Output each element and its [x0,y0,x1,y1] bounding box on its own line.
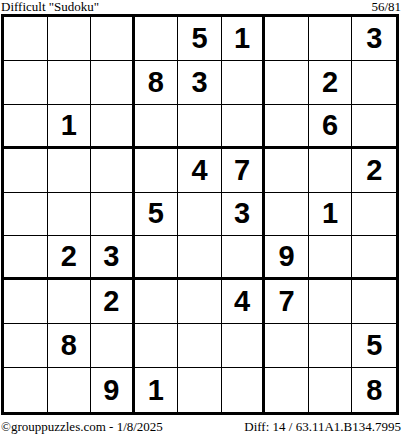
cell-r5c7[interactable] [265,193,309,237]
cell-r5c8: 1 [309,193,353,237]
cell-r7c2[interactable] [48,280,92,324]
cell-r3c1[interactable] [4,105,48,149]
cell-r4c8[interactable] [309,149,353,193]
cell-r9c7[interactable] [265,368,309,412]
cell-r8c2: 8 [48,324,92,368]
page-header: Difficult "Sudoku" 56/81 [1,0,401,14]
cell-r8c7[interactable] [265,324,309,368]
cell-r3c6[interactable] [222,105,266,149]
cell-r8c8[interactable] [309,324,353,368]
copyright-text: ©grouppuzzles.com - 1/8/2025 [1,420,163,434]
sudoku-board: 5138321647253123924785918 [1,14,399,415]
cell-r9c5[interactable] [178,368,222,412]
cell-r1c7[interactable] [265,17,309,61]
cell-r3c7[interactable] [265,105,309,149]
cell-r6c1[interactable] [4,236,48,280]
cell-r4c4[interactable] [135,149,179,193]
cell-r2c8: 2 [309,61,353,105]
cells-remaining-counter: 56/81 [371,0,401,13]
cell-r2c9[interactable] [352,61,396,105]
cell-r3c9[interactable] [352,105,396,149]
cell-r4c9: 2 [352,149,396,193]
cell-r1c3[interactable] [91,17,135,61]
cell-r2c4: 8 [135,61,179,105]
cell-r7c1[interactable] [4,280,48,324]
cell-r6c9[interactable] [352,236,396,280]
cell-r2c5: 3 [178,61,222,105]
cell-r6c3: 3 [91,236,135,280]
cell-r1c2[interactable] [48,17,92,61]
cell-r3c2: 1 [48,105,92,149]
cell-r2c3[interactable] [91,61,135,105]
cell-r1c1[interactable] [4,17,48,61]
cell-r6c8[interactable] [309,236,353,280]
cell-r7c9[interactable] [352,280,396,324]
cell-r4c2[interactable] [48,149,92,193]
cell-r9c9: 8 [352,368,396,412]
cell-r9c1[interactable] [4,368,48,412]
cell-r4c6: 7 [222,149,266,193]
cell-r1c9: 3 [352,17,396,61]
cell-r5c9[interactable] [352,193,396,237]
cell-r5c5[interactable] [178,193,222,237]
cell-r8c3[interactable] [91,324,135,368]
puzzle-title: Difficult "Sudoku" [1,0,99,13]
cell-r5c6: 3 [222,193,266,237]
cell-r7c6: 4 [222,280,266,324]
cell-r8c5[interactable] [178,324,222,368]
cell-r6c2: 2 [48,236,92,280]
cell-r9c2[interactable] [48,368,92,412]
page-footer: ©grouppuzzles.com - 1/8/2025 Diff: 14 / … [1,419,401,435]
cell-r7c3: 2 [91,280,135,324]
cell-r1c5: 5 [178,17,222,61]
cell-r2c6[interactable] [222,61,266,105]
cell-r3c8: 6 [309,105,353,149]
cell-r8c6[interactable] [222,324,266,368]
cell-r4c7[interactable] [265,149,309,193]
cell-r9c3: 9 [91,368,135,412]
cell-r2c7[interactable] [265,61,309,105]
cell-r3c4[interactable] [135,105,179,149]
cell-r5c4: 5 [135,193,179,237]
cell-r8c4[interactable] [135,324,179,368]
cell-r6c7: 9 [265,236,309,280]
cell-r2c2[interactable] [48,61,92,105]
cell-r9c4: 1 [135,368,179,412]
cell-r7c5[interactable] [178,280,222,324]
cell-r5c1[interactable] [4,193,48,237]
cell-r6c5[interactable] [178,236,222,280]
cell-r3c5[interactable] [178,105,222,149]
cell-r3c3[interactable] [91,105,135,149]
cell-r2c1[interactable] [4,61,48,105]
cell-r6c6[interactable] [222,236,266,280]
cell-r4c5: 4 [178,149,222,193]
cell-r8c1[interactable] [4,324,48,368]
cell-r7c4[interactable] [135,280,179,324]
cell-r5c3[interactable] [91,193,135,237]
cell-r8c9: 5 [352,324,396,368]
cell-r1c6: 1 [222,17,266,61]
cell-r1c4[interactable] [135,17,179,61]
cell-r4c3[interactable] [91,149,135,193]
cell-r7c7: 7 [265,280,309,324]
cell-r9c6[interactable] [222,368,266,412]
sudoku-page: Difficult "Sudoku" 56/81 513832164725312… [0,0,402,437]
cell-r9c8[interactable] [309,368,353,412]
cell-r4c1[interactable] [4,149,48,193]
cell-r6c4[interactable] [135,236,179,280]
cell-r1c8[interactable] [309,17,353,61]
cell-r5c2[interactable] [48,193,92,237]
difficulty-text: Diff: 14 / 63.11A1.B134.7995 [244,420,401,434]
cell-r7c8[interactable] [309,280,353,324]
